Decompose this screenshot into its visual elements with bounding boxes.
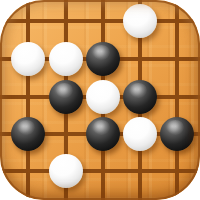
black-stone	[11, 117, 45, 151]
white-stone	[86, 80, 120, 114]
black-stone	[123, 80, 157, 114]
stone-highlight	[18, 120, 35, 134]
stone-highlight	[130, 83, 147, 97]
white-stone	[11, 42, 45, 76]
white-stone	[123, 117, 157, 151]
white-stone	[123, 4, 157, 38]
black-stone	[86, 117, 120, 151]
stone-highlight	[167, 120, 184, 134]
black-stone	[49, 80, 83, 114]
black-stone	[160, 117, 194, 151]
black-stone	[86, 42, 120, 76]
go-app-icon	[0, 0, 200, 200]
stone-highlight	[93, 120, 110, 134]
white-stone	[49, 42, 83, 76]
grid-line-horizontal-0	[0, 19, 200, 23]
white-stone	[49, 154, 83, 188]
stone-highlight	[93, 45, 110, 59]
grid-line-horizontal-4	[0, 169, 200, 173]
stone-highlight	[56, 83, 73, 97]
